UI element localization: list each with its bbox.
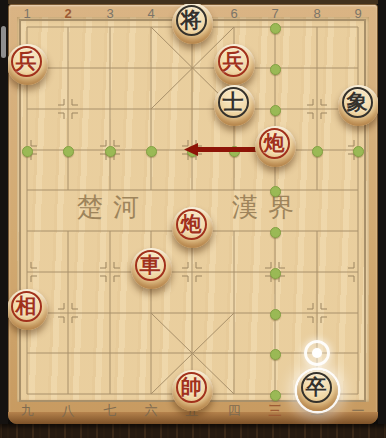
- top-file-label-9: 9: [354, 6, 361, 21]
- top-file-label-7: 7: [271, 6, 278, 21]
- move-hint-dot[interactable]: [270, 349, 281, 360]
- move-hint-dot[interactable]: [270, 309, 281, 320]
- move-hint-dot[interactable]: [270, 390, 281, 401]
- piece-char: 炮: [181, 214, 202, 235]
- bottom-file-label-三: 三: [269, 402, 282, 420]
- piece-red-soldier-b[interactable]: 兵: [214, 44, 255, 85]
- piece-black-elephant[interactable]: 象: [338, 85, 379, 126]
- piece-black-advisor[interactable]: 士: [214, 85, 255, 126]
- bottom-file-label-九: 九: [21, 402, 34, 420]
- move-hint-dot[interactable]: [229, 146, 240, 157]
- piece-red-cannon-a[interactable]: 炮: [255, 126, 296, 167]
- move-hint-dot[interactable]: [187, 146, 198, 157]
- move-hint-dot[interactable]: [270, 105, 281, 116]
- move-hint-dot[interactable]: [105, 146, 116, 157]
- top-file-label-8: 8: [313, 6, 320, 21]
- top-file-label-6: 6: [230, 6, 237, 21]
- move-hint-dot[interactable]: [22, 146, 33, 157]
- piece-red-chariot[interactable]: 車: [131, 248, 172, 289]
- move-hint-dot[interactable]: [270, 186, 281, 197]
- move-hint-dot[interactable]: [146, 146, 157, 157]
- move-hint-dot[interactable]: [63, 146, 74, 157]
- piece-red-cannon-b[interactable]: 炮: [172, 207, 213, 248]
- move-hint-dot[interactable]: [270, 268, 281, 279]
- move-hint-dot[interactable]: [270, 227, 281, 238]
- move-origin-marker: [304, 340, 330, 366]
- piece-char: 炮: [264, 133, 285, 154]
- screen-edge-left: [0, 0, 8, 438]
- bottom-file-label-四: 四: [228, 402, 241, 420]
- move-hint-dot[interactable]: [312, 146, 323, 157]
- piece-char: 兵: [16, 51, 37, 72]
- river-label-right: 漢界: [208, 192, 328, 224]
- top-file-label-3: 3: [106, 6, 113, 21]
- piece-char: 相: [16, 296, 37, 317]
- top-file-label-2: 2: [64, 6, 71, 21]
- piece-char: 車: [140, 255, 161, 276]
- move-hint-dot[interactable]: [270, 23, 281, 34]
- piece-red-general[interactable]: 帥: [172, 370, 213, 411]
- piece-char: 将: [181, 10, 202, 31]
- screen-edge-right: [378, 0, 386, 438]
- piece-char: 帥: [181, 377, 202, 398]
- piece-red-soldier-a[interactable]: 兵: [7, 44, 48, 85]
- piece-char: 象: [347, 92, 368, 113]
- bottom-file-label-六: 六: [145, 402, 158, 420]
- piece-char: 士: [223, 92, 244, 113]
- bottom-file-label-七: 七: [104, 402, 117, 420]
- table-wood: [0, 424, 386, 438]
- top-edge-strip: [8, 0, 378, 4]
- move-hint-dot[interactable]: [270, 64, 281, 75]
- move-hint-dot[interactable]: [353, 146, 364, 157]
- bottom-file-label-八: 八: [62, 402, 75, 420]
- river-label-left: 楚河: [53, 192, 173, 224]
- top-file-label-1: 1: [23, 6, 30, 21]
- piece-char: 兵: [223, 51, 244, 72]
- bottom-file-label-一: 一: [352, 402, 365, 420]
- scrollbar-thumb[interactable]: [1, 26, 6, 58]
- xiangqi-board-screen: 楚河 漢界 123456789九八七六五四三二一 将兵兵士象炮炮車相帥卒: [0, 0, 386, 438]
- piece-red-elephant[interactable]: 相: [7, 289, 48, 330]
- top-file-label-4: 4: [147, 6, 154, 21]
- piece-black-general[interactable]: 将: [172, 3, 213, 44]
- piece-black-soldier[interactable]: 卒: [297, 370, 338, 411]
- piece-char: 卒: [306, 377, 327, 398]
